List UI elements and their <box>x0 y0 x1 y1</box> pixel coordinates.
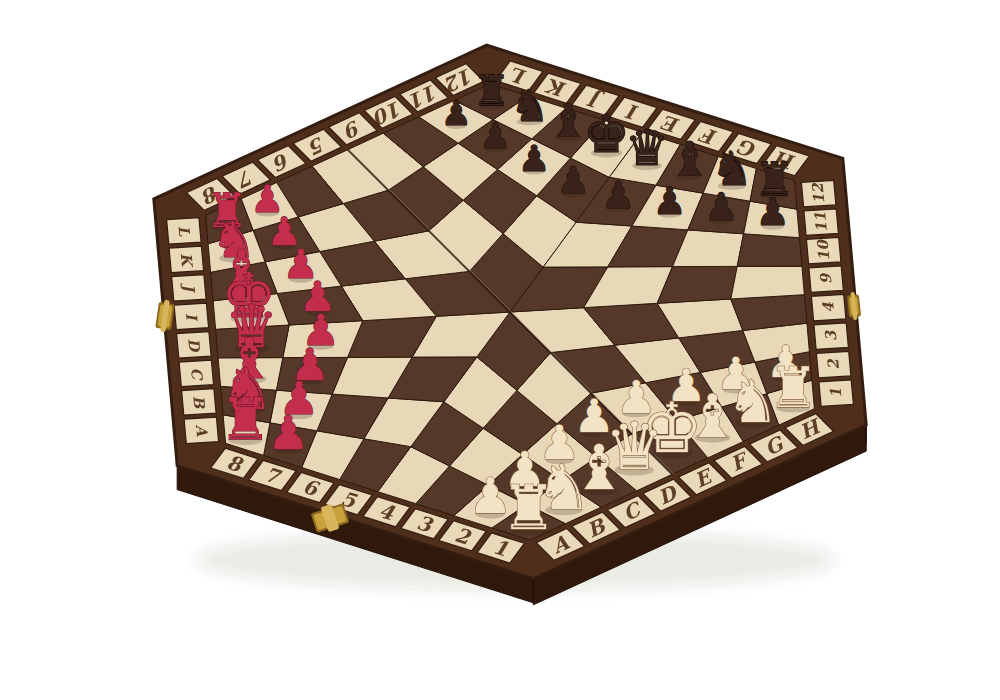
piece-glyph: ♟ <box>602 173 635 217</box>
edge-label-11: 11 <box>811 211 831 233</box>
piece-glyph: ♜ <box>501 472 556 544</box>
piece-glyph: ♚ <box>583 104 630 164</box>
piece-red-pawn-a7[interactable]: ♟ <box>267 406 309 460</box>
piece-glyph: ♜ <box>220 386 271 453</box>
piece-glyph: ♟ <box>267 406 309 460</box>
piece-glyph: ♟ <box>479 116 510 156</box>
piece-glyph: ♝ <box>548 95 588 146</box>
piece-black-pawn-j11[interactable]: ♟ <box>518 138 550 179</box>
piece-glyph: ♟ <box>441 93 472 133</box>
piece-black-knight-k12[interactable]: ♞ <box>510 81 549 131</box>
piece-black-bishop-j12[interactable]: ♝ <box>548 95 588 146</box>
piece-black-rook-l12[interactable]: ♜ <box>473 67 510 115</box>
piece-black-pawn-h11[interactable]: ♟ <box>755 190 789 234</box>
piece-glyph: ♞ <box>510 81 549 131</box>
product-photo: Three-player chess (hexagonal 96-cell bo… <box>0 0 1000 700</box>
edge-label-A: A <box>192 423 211 438</box>
piece-black-king-i12[interactable]: ♚ <box>583 104 630 164</box>
piece-glyph: ♟ <box>557 159 590 202</box>
piece-glyph: ♟ <box>653 179 687 223</box>
piece-black-pawn-l11[interactable]: ♟ <box>441 93 472 133</box>
edge-label-L: L <box>174 225 193 238</box>
edge-label-10: 10 <box>814 238 834 262</box>
edge-label-12: 12 <box>809 181 829 205</box>
cell-h9[interactable] <box>731 266 805 299</box>
piece-black-pawn-i11[interactable]: ♟ <box>557 159 590 202</box>
edge-label-1: 1 <box>827 387 846 399</box>
piece-black-pawn-e11[interactable]: ♟ <box>602 173 635 217</box>
piece-glyph: ♛ <box>625 119 669 177</box>
piece-red-rook-a8[interactable]: ♜ <box>220 386 271 453</box>
piece-white-rook-a1[interactable]: ♜ <box>501 472 556 544</box>
piece-black-pawn-g11[interactable]: ♟ <box>704 185 738 229</box>
piece-black-queen-e12[interactable]: ♛ <box>625 119 669 177</box>
piece-glyph: ♜ <box>473 67 510 115</box>
cell-h10[interactable] <box>737 234 802 267</box>
piece-glyph: ♟ <box>704 185 738 229</box>
three-player-chess-board: Three-player chess (hexagonal 96-cell bo… <box>0 0 1000 700</box>
piece-black-pawn-k11[interactable]: ♟ <box>479 116 510 156</box>
piece-black-pawn-f11[interactable]: ♟ <box>653 179 687 223</box>
piece-glyph: ♟ <box>518 138 550 179</box>
piece-glyph: ♟ <box>755 190 789 234</box>
